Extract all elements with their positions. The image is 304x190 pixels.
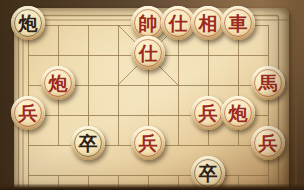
bottom-edge-shadow (0, 184, 304, 190)
piece-glyph: 帥 (139, 14, 158, 33)
piece-red-pawn[interactable]: 兵 (251, 126, 285, 160)
piece-red-cannon[interactable]: 炮 (41, 66, 75, 100)
piece-glyph: 炮 (19, 14, 38, 33)
piece-red-pawn[interactable]: 兵 (11, 96, 45, 130)
piece-glyph: 車 (229, 14, 248, 33)
piece-glyph: 兵 (139, 134, 158, 153)
piece-glyph: 炮 (49, 74, 68, 93)
piece-red-advisor[interactable]: 仕 (161, 6, 195, 40)
piece-red-cannon[interactable]: 炮 (221, 96, 255, 130)
piece-red-pawn[interactable]: 兵 (191, 96, 225, 130)
piece-black-pawn[interactable]: 卒 (71, 126, 105, 160)
piece-glyph: 兵 (259, 134, 278, 153)
piece-glyph: 仕 (169, 14, 188, 33)
piece-red-general[interactable]: 帥 (131, 6, 165, 40)
piece-glyph: 兵 (199, 104, 218, 123)
piece-glyph: 相 (199, 14, 218, 33)
piece-red-elephant[interactable]: 相 (191, 6, 225, 40)
piece-red-advisor[interactable]: 仕 (131, 36, 165, 70)
piece-glyph: 卒 (79, 134, 98, 153)
piece-red-horse[interactable]: 馬 (251, 66, 285, 100)
piece-red-pawn[interactable]: 兵 (131, 126, 165, 160)
piece-glyph: 馬 (259, 74, 278, 93)
piece-glyph: 兵 (19, 104, 38, 123)
piece-glyph: 仕 (139, 44, 158, 63)
piece-red-chariot[interactable]: 車 (221, 6, 255, 40)
xiangqi-screenshot: 炮帥仕相車仕炮馬兵兵炮卒兵兵卒 (0, 0, 304, 190)
piece-black-cannon[interactable]: 炮 (11, 6, 45, 40)
piece-glyph: 卒 (199, 164, 218, 183)
piece-glyph: 炮 (229, 104, 248, 123)
